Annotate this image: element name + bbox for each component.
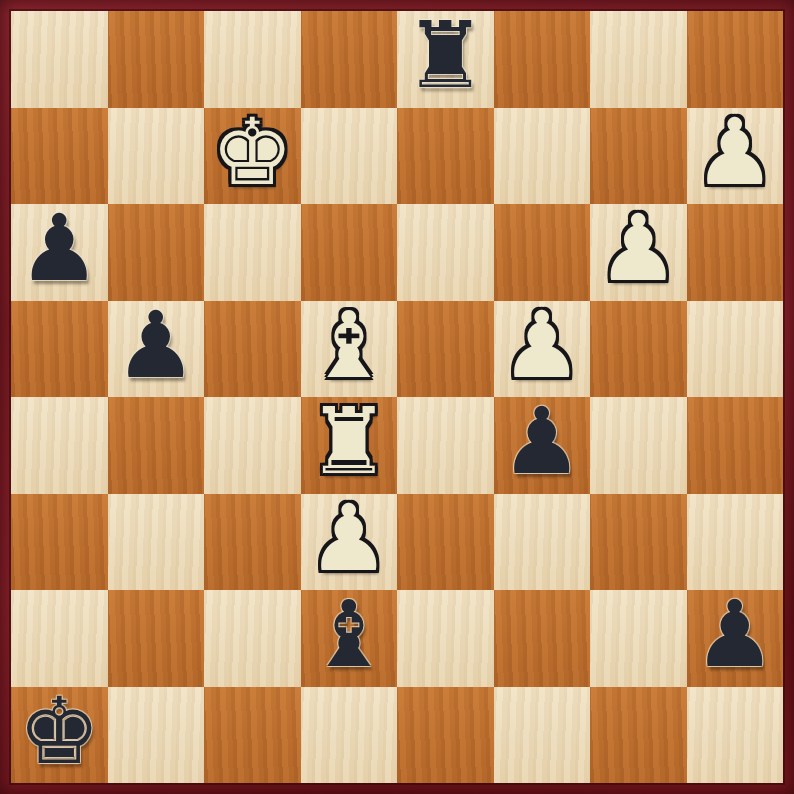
square-g5[interactable] bbox=[590, 301, 687, 398]
square-f3[interactable] bbox=[494, 494, 591, 591]
square-a1[interactable]: ♚ bbox=[11, 687, 108, 784]
square-e7[interactable] bbox=[397, 108, 494, 205]
square-e1[interactable] bbox=[397, 687, 494, 784]
square-h7[interactable]: ♟ bbox=[687, 108, 784, 205]
square-a7[interactable] bbox=[11, 108, 108, 205]
square-d7[interactable] bbox=[301, 108, 398, 205]
square-d6[interactable] bbox=[301, 204, 398, 301]
square-d1[interactable] bbox=[301, 687, 398, 784]
square-a3[interactable] bbox=[11, 494, 108, 591]
square-b1[interactable] bbox=[108, 687, 205, 784]
square-b6[interactable] bbox=[108, 204, 205, 301]
chess-board: ♜♚♟♟♟♟♝♟♜♟♟♝♟♚ bbox=[11, 11, 783, 783]
square-c4[interactable] bbox=[204, 397, 301, 494]
square-h6[interactable] bbox=[687, 204, 784, 301]
square-f4[interactable]: ♟ bbox=[494, 397, 591, 494]
piece-black-pawn-h2[interactable]: ♟ bbox=[694, 589, 776, 681]
square-c7[interactable]: ♚ bbox=[204, 108, 301, 205]
square-d4[interactable]: ♜ bbox=[301, 397, 398, 494]
piece-white-pawn-g6[interactable]: ♟ bbox=[597, 203, 679, 295]
square-d3[interactable]: ♟ bbox=[301, 494, 398, 591]
piece-black-pawn-a6[interactable]: ♟ bbox=[18, 203, 100, 295]
square-b7[interactable] bbox=[108, 108, 205, 205]
square-c6[interactable] bbox=[204, 204, 301, 301]
piece-black-rook-e8[interactable]: ♜ bbox=[404, 10, 486, 102]
square-f7[interactable] bbox=[494, 108, 591, 205]
square-e2[interactable] bbox=[397, 590, 494, 687]
square-e5[interactable] bbox=[397, 301, 494, 398]
square-h4[interactable] bbox=[687, 397, 784, 494]
square-f8[interactable] bbox=[494, 11, 591, 108]
square-g6[interactable]: ♟ bbox=[590, 204, 687, 301]
square-a6[interactable]: ♟ bbox=[11, 204, 108, 301]
square-d8[interactable] bbox=[301, 11, 398, 108]
square-f6[interactable] bbox=[494, 204, 591, 301]
piece-white-king-c7[interactable]: ♚ bbox=[211, 107, 293, 199]
square-e4[interactable] bbox=[397, 397, 494, 494]
square-g1[interactable] bbox=[590, 687, 687, 784]
square-b4[interactable] bbox=[108, 397, 205, 494]
square-h8[interactable] bbox=[687, 11, 784, 108]
square-a4[interactable] bbox=[11, 397, 108, 494]
square-a2[interactable] bbox=[11, 590, 108, 687]
square-h1[interactable] bbox=[687, 687, 784, 784]
piece-white-pawn-f5[interactable]: ♟ bbox=[501, 300, 583, 392]
piece-black-pawn-b5[interactable]: ♟ bbox=[115, 300, 197, 392]
square-e8[interactable]: ♜ bbox=[397, 11, 494, 108]
piece-white-bishop-d5[interactable]: ♝ bbox=[308, 300, 390, 392]
square-d5[interactable]: ♝ bbox=[301, 301, 398, 398]
square-a5[interactable] bbox=[11, 301, 108, 398]
square-c2[interactable] bbox=[204, 590, 301, 687]
square-b3[interactable] bbox=[108, 494, 205, 591]
board-frame: ♜♚♟♟♟♟♝♟♜♟♟♝♟♚ bbox=[0, 0, 794, 794]
square-h3[interactable] bbox=[687, 494, 784, 591]
piece-white-pawn-h7[interactable]: ♟ bbox=[694, 107, 776, 199]
piece-white-rook-d4[interactable]: ♜ bbox=[308, 396, 390, 488]
square-f1[interactable] bbox=[494, 687, 591, 784]
square-f2[interactable] bbox=[494, 590, 591, 687]
square-c3[interactable] bbox=[204, 494, 301, 591]
piece-black-king-a1[interactable]: ♚ bbox=[18, 686, 100, 778]
square-b5[interactable]: ♟ bbox=[108, 301, 205, 398]
square-g7[interactable] bbox=[590, 108, 687, 205]
piece-black-pawn-f4[interactable]: ♟ bbox=[501, 396, 583, 488]
piece-black-bishop-d2[interactable]: ♝ bbox=[308, 589, 390, 681]
square-g4[interactable] bbox=[590, 397, 687, 494]
square-e3[interactable] bbox=[397, 494, 494, 591]
square-g2[interactable] bbox=[590, 590, 687, 687]
square-h5[interactable] bbox=[687, 301, 784, 398]
square-b8[interactable] bbox=[108, 11, 205, 108]
square-g3[interactable] bbox=[590, 494, 687, 591]
square-c5[interactable] bbox=[204, 301, 301, 398]
square-c8[interactable] bbox=[204, 11, 301, 108]
square-h2[interactable]: ♟ bbox=[687, 590, 784, 687]
square-f5[interactable]: ♟ bbox=[494, 301, 591, 398]
piece-white-pawn-d3[interactable]: ♟ bbox=[308, 493, 390, 585]
square-c1[interactable] bbox=[204, 687, 301, 784]
square-d2[interactable]: ♝ bbox=[301, 590, 398, 687]
square-g8[interactable] bbox=[590, 11, 687, 108]
square-a8[interactable] bbox=[11, 11, 108, 108]
square-b2[interactable] bbox=[108, 590, 205, 687]
square-e6[interactable] bbox=[397, 204, 494, 301]
